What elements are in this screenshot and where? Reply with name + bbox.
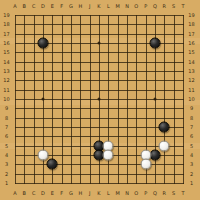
coord-label-top-P: P	[144, 3, 147, 8]
coord-label-top-A: A	[13, 3, 16, 8]
star-point-D10	[42, 98, 45, 101]
black-stone-R7	[159, 122, 170, 133]
coord-label-top-J: J	[89, 3, 90, 8]
grid-line-horizontal	[15, 108, 184, 109]
coord-label-bottom-E: E	[51, 191, 54, 196]
grid-line-vertical	[164, 15, 165, 184]
grid-line-horizontal	[15, 174, 184, 175]
coord-label-right-12: 12	[188, 78, 194, 83]
white-stone-L4	[103, 150, 114, 161]
grid-line-vertical	[136, 15, 137, 184]
coord-label-bottom-D: D	[41, 191, 45, 196]
coord-label-top-O: O	[134, 3, 138, 8]
coord-label-bottom-T: T	[181, 191, 184, 196]
coord-label-right-8: 8	[190, 115, 193, 120]
coord-label-left-13: 13	[3, 69, 9, 74]
coord-label-top-C: C	[32, 3, 36, 8]
grid-line-vertical	[118, 15, 119, 184]
coord-label-left-1: 1	[5, 181, 8, 186]
wood-grain-band	[0, 100, 200, 105]
coord-label-left-12: 12	[3, 78, 9, 83]
coord-label-top-Q: Q	[153, 3, 157, 8]
coord-label-left-17: 17	[3, 31, 9, 36]
coord-label-right-15: 15	[188, 50, 194, 55]
coord-label-bottom-K: K	[97, 191, 100, 196]
coord-label-bottom-F: F	[60, 191, 63, 196]
coord-label-top-M: M	[115, 3, 119, 8]
coord-label-right-3: 3	[190, 162, 193, 167]
coord-label-bottom-O: O	[134, 191, 138, 196]
coord-label-top-B: B	[23, 3, 26, 8]
grid-line-horizontal	[15, 118, 184, 119]
coord-label-left-3: 3	[5, 162, 8, 167]
coord-label-bottom-J: J	[89, 191, 90, 196]
coord-label-right-4: 4	[190, 153, 193, 158]
black-stone-E3	[47, 159, 58, 170]
coord-label-left-18: 18	[3, 22, 9, 27]
coord-label-left-4: 4	[5, 153, 8, 158]
grid-line-horizontal	[15, 164, 184, 165]
coord-label-bottom-A: A	[13, 191, 16, 196]
coord-label-right-9: 9	[190, 106, 193, 111]
coord-label-bottom-N: N	[125, 191, 129, 196]
grid-line-vertical	[174, 15, 175, 184]
coord-label-bottom-R: R	[163, 191, 166, 196]
star-point-K10	[98, 98, 101, 101]
coord-label-top-E: E	[51, 3, 54, 8]
star-point-Q10	[154, 98, 157, 101]
coord-label-left-14: 14	[3, 59, 9, 64]
coord-label-right-6: 6	[190, 134, 193, 139]
coord-label-bottom-P: P	[144, 191, 147, 196]
coord-label-right-11: 11	[188, 87, 194, 92]
coord-label-top-G: G	[69, 3, 73, 8]
coord-label-left-5: 5	[5, 143, 8, 148]
coord-label-top-R: R	[163, 3, 166, 8]
coord-label-right-1: 1	[190, 181, 193, 186]
coord-label-left-6: 6	[5, 134, 8, 139]
coord-label-right-17: 17	[188, 31, 194, 36]
coord-label-right-16: 16	[188, 41, 194, 46]
coord-label-bottom-B: B	[23, 191, 26, 196]
black-stone-D16	[38, 38, 49, 49]
black-stone-Q16	[150, 38, 161, 49]
coord-label-right-5: 5	[190, 143, 193, 148]
grid-line-horizontal	[15, 183, 184, 184]
white-stone-R5	[159, 140, 170, 151]
coord-label-bottom-G: G	[69, 191, 73, 196]
coord-label-left-7: 7	[5, 125, 8, 130]
coord-label-right-19: 19	[188, 13, 194, 18]
coord-label-right-2: 2	[190, 171, 193, 176]
coord-label-left-10: 10	[3, 97, 9, 102]
coord-label-top-F: F	[60, 3, 63, 8]
coord-label-right-7: 7	[190, 125, 193, 130]
coord-label-left-9: 9	[5, 106, 8, 111]
coord-label-top-L: L	[107, 3, 110, 8]
grid-line-horizontal	[15, 136, 184, 137]
coord-label-top-D: D	[41, 3, 45, 8]
coord-label-left-8: 8	[5, 115, 8, 120]
white-stone-D4	[38, 150, 49, 161]
coord-label-right-10: 10	[188, 97, 194, 102]
coord-label-left-2: 2	[5, 171, 8, 176]
go-board[interactable]: AABBCCDDEEFFGGHHJJKKLLMMNNOOPPQQRRSSTT19…	[0, 0, 200, 200]
coord-label-bottom-M: M	[115, 191, 119, 196]
grid-line-vertical	[127, 15, 128, 184]
coord-label-top-T: T	[181, 3, 184, 8]
coord-label-bottom-S: S	[172, 191, 175, 196]
coord-label-left-11: 11	[3, 87, 9, 92]
coord-label-bottom-L: L	[107, 191, 110, 196]
white-stone-P3	[140, 159, 151, 170]
coord-label-right-13: 13	[188, 69, 194, 74]
coord-label-right-18: 18	[188, 22, 194, 27]
coord-label-bottom-H: H	[78, 191, 82, 196]
grid-line-vertical	[183, 15, 184, 184]
coord-label-left-16: 16	[3, 41, 9, 46]
coord-label-right-14: 14	[188, 59, 194, 64]
star-point-K16	[98, 42, 101, 45]
coord-label-left-19: 19	[3, 13, 9, 18]
coord-label-top-S: S	[172, 3, 175, 8]
coord-label-left-15: 15	[3, 50, 9, 55]
coord-label-top-K: K	[97, 3, 100, 8]
coord-label-top-N: N	[125, 3, 129, 8]
coord-label-top-H: H	[78, 3, 82, 8]
coord-label-bottom-Q: Q	[153, 191, 157, 196]
coord-label-bottom-C: C	[32, 191, 36, 196]
